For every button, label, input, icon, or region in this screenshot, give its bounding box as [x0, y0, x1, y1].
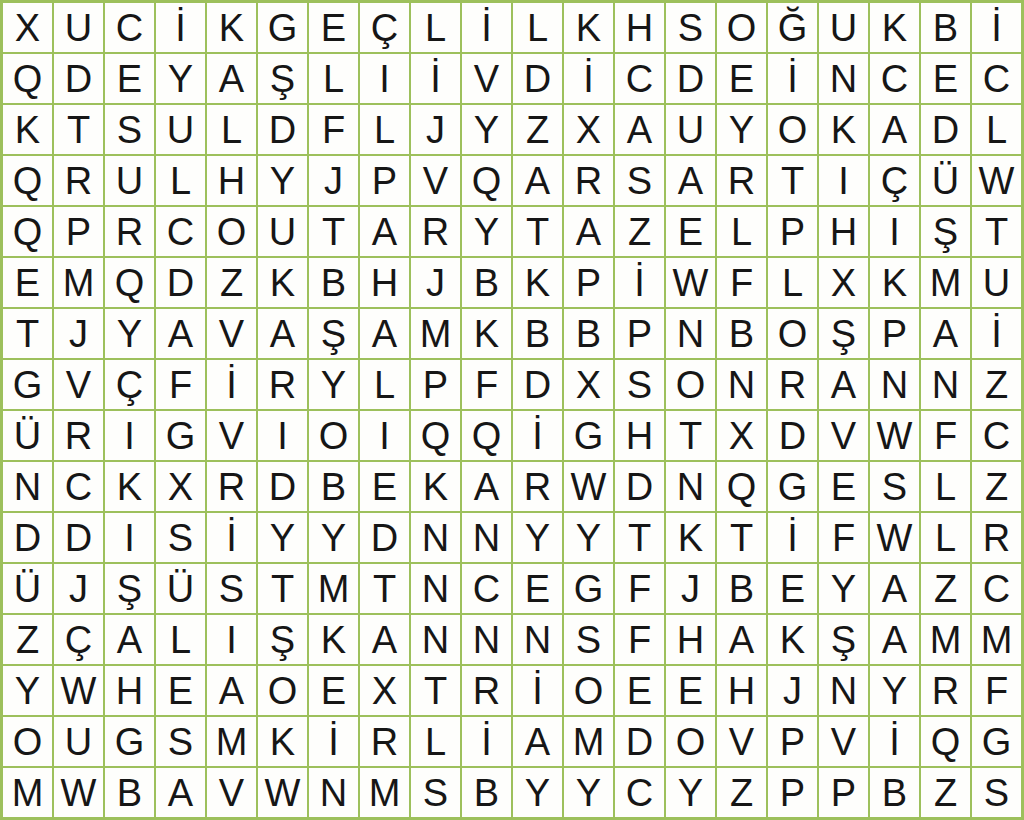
grid-cell[interactable]: I: [870, 207, 919, 256]
grid-cell[interactable]: G: [564, 564, 613, 613]
grid-cell[interactable]: Q: [105, 258, 154, 307]
grid-cell[interactable]: M: [564, 717, 613, 766]
grid-cell[interactable]: V: [207, 309, 256, 358]
grid-cell[interactable]: T: [54, 105, 103, 154]
grid-cell[interactable]: E: [819, 462, 868, 511]
grid-cell[interactable]: E: [921, 54, 970, 103]
grid-cell[interactable]: D: [3, 513, 52, 562]
grid-cell[interactable]: Z: [972, 462, 1021, 511]
grid-cell[interactable]: C: [972, 54, 1021, 103]
grid-cell[interactable]: F: [615, 615, 664, 664]
grid-cell[interactable]: İ: [411, 54, 460, 103]
grid-cell[interactable]: D: [513, 360, 562, 409]
grid-cell[interactable]: C: [972, 564, 1021, 613]
grid-cell[interactable]: P: [819, 768, 868, 817]
grid-cell[interactable]: V: [819, 717, 868, 766]
grid-cell[interactable]: N: [411, 564, 460, 613]
grid-cell[interactable]: Q: [462, 156, 511, 205]
grid-cell[interactable]: V: [462, 54, 511, 103]
grid-cell[interactable]: İ: [513, 666, 562, 715]
grid-cell[interactable]: E: [105, 54, 154, 103]
grid-cell[interactable]: U: [666, 105, 715, 154]
grid-cell[interactable]: T: [666, 411, 715, 460]
grid-cell[interactable]: K: [105, 462, 154, 511]
grid-cell[interactable]: D: [615, 717, 664, 766]
grid-cell[interactable]: M: [972, 615, 1021, 664]
grid-cell[interactable]: K: [564, 3, 613, 52]
grid-cell[interactable]: B: [921, 3, 970, 52]
grid-cell[interactable]: A: [462, 462, 511, 511]
grid-cell[interactable]: G: [156, 411, 205, 460]
grid-cell[interactable]: E: [666, 666, 715, 715]
grid-cell[interactable]: Ü: [3, 564, 52, 613]
grid-cell[interactable]: A: [666, 156, 715, 205]
grid-cell[interactable]: İ: [462, 717, 511, 766]
grid-cell[interactable]: Ş: [258, 54, 307, 103]
grid-cell[interactable]: K: [258, 717, 307, 766]
grid-cell[interactable]: M: [309, 564, 358, 613]
grid-cell[interactable]: B: [564, 309, 613, 358]
grid-cell[interactable]: H: [819, 207, 868, 256]
grid-cell[interactable]: J: [666, 564, 715, 613]
grid-cell[interactable]: A: [564, 207, 613, 256]
grid-cell[interactable]: R: [360, 717, 409, 766]
grid-cell[interactable]: Q: [3, 54, 52, 103]
grid-cell[interactable]: N: [819, 666, 868, 715]
grid-cell[interactable]: D: [54, 513, 103, 562]
grid-cell[interactable]: Y: [309, 513, 358, 562]
grid-cell[interactable]: X: [156, 462, 205, 511]
grid-cell[interactable]: Ü: [156, 564, 205, 613]
grid-cell[interactable]: H: [615, 411, 664, 460]
grid-cell[interactable]: D: [258, 462, 307, 511]
grid-cell[interactable]: I: [819, 156, 868, 205]
grid-cell[interactable]: X: [3, 3, 52, 52]
grid-cell[interactable]: Ş: [921, 207, 970, 256]
grid-cell[interactable]: B: [513, 309, 562, 358]
grid-cell[interactable]: U: [54, 717, 103, 766]
grid-cell[interactable]: A: [156, 768, 205, 817]
grid-cell[interactable]: Y: [666, 768, 715, 817]
grid-cell[interactable]: N: [717, 360, 766, 409]
grid-cell[interactable]: L: [360, 105, 409, 154]
grid-cell[interactable]: X: [360, 666, 409, 715]
grid-cell[interactable]: D: [360, 513, 409, 562]
grid-cell[interactable]: Y: [819, 564, 868, 613]
grid-cell[interactable]: D: [258, 105, 307, 154]
grid-cell[interactable]: P: [411, 360, 460, 409]
grid-cell[interactable]: T: [717, 513, 766, 562]
grid-cell[interactable]: A: [870, 564, 919, 613]
grid-cell[interactable]: İ: [870, 717, 919, 766]
grid-cell[interactable]: I: [360, 54, 409, 103]
grid-cell[interactable]: İ: [156, 3, 205, 52]
grid-cell[interactable]: K: [258, 258, 307, 307]
grid-cell[interactable]: Ş: [309, 309, 358, 358]
grid-cell[interactable]: K: [819, 105, 868, 154]
grid-cell[interactable]: Ş: [819, 309, 868, 358]
grid-cell[interactable]: E: [717, 54, 766, 103]
grid-cell[interactable]: M: [207, 717, 256, 766]
grid-cell[interactable]: J: [54, 564, 103, 613]
grid-cell[interactable]: Ü: [3, 411, 52, 460]
grid-cell[interactable]: Y: [462, 105, 511, 154]
grid-cell[interactable]: C: [462, 564, 511, 613]
grid-cell[interactable]: U: [54, 3, 103, 52]
grid-cell[interactable]: F: [156, 360, 205, 409]
grid-cell[interactable]: Y: [462, 207, 511, 256]
grid-cell[interactable]: Y: [564, 768, 613, 817]
grid-cell[interactable]: P: [768, 207, 817, 256]
grid-cell[interactable]: D: [156, 258, 205, 307]
grid-cell[interactable]: Ş: [819, 615, 868, 664]
grid-cell[interactable]: P: [768, 768, 817, 817]
grid-cell[interactable]: H: [615, 3, 664, 52]
grid-cell[interactable]: T: [768, 156, 817, 205]
grid-cell[interactable]: E: [309, 666, 358, 715]
grid-cell[interactable]: Y: [258, 156, 307, 205]
grid-cell[interactable]: U: [258, 207, 307, 256]
grid-cell[interactable]: R: [972, 513, 1021, 562]
grid-cell[interactable]: İ: [768, 54, 817, 103]
grid-cell[interactable]: İ: [564, 54, 613, 103]
grid-cell[interactable]: N: [666, 309, 715, 358]
grid-cell[interactable]: I: [207, 615, 256, 664]
grid-cell[interactable]: F: [309, 105, 358, 154]
grid-cell[interactable]: Y: [564, 513, 613, 562]
grid-cell[interactable]: S: [207, 564, 256, 613]
grid-cell[interactable]: N: [513, 615, 562, 664]
grid-cell[interactable]: L: [972, 105, 1021, 154]
grid-cell[interactable]: B: [309, 462, 358, 511]
grid-cell[interactable]: E: [615, 666, 664, 715]
grid-cell[interactable]: O: [207, 207, 256, 256]
grid-cell[interactable]: X: [564, 105, 613, 154]
grid-cell[interactable]: F: [615, 564, 664, 613]
grid-cell[interactable]: R: [411, 207, 460, 256]
grid-cell[interactable]: A: [360, 207, 409, 256]
grid-cell[interactable]: L: [921, 462, 970, 511]
grid-cell[interactable]: Z: [3, 615, 52, 664]
grid-cell[interactable]: L: [207, 105, 256, 154]
grid-cell[interactable]: İ: [768, 513, 817, 562]
grid-cell[interactable]: K: [513, 258, 562, 307]
grid-cell[interactable]: J: [411, 105, 460, 154]
grid-cell[interactable]: B: [870, 768, 919, 817]
grid-cell[interactable]: N: [921, 360, 970, 409]
grid-cell[interactable]: T: [972, 207, 1021, 256]
grid-cell[interactable]: T: [513, 207, 562, 256]
grid-cell[interactable]: I: [105, 513, 154, 562]
grid-cell[interactable]: W: [666, 258, 715, 307]
grid-cell[interactable]: J: [54, 309, 103, 358]
grid-cell[interactable]: B: [105, 768, 154, 817]
grid-cell[interactable]: Q: [921, 717, 970, 766]
grid-cell[interactable]: S: [870, 462, 919, 511]
grid-cell[interactable]: O: [309, 411, 358, 460]
grid-cell[interactable]: V: [207, 768, 256, 817]
grid-cell[interactable]: L: [513, 3, 562, 52]
grid-cell[interactable]: Q: [3, 207, 52, 256]
grid-cell[interactable]: H: [105, 666, 154, 715]
grid-cell[interactable]: M: [921, 615, 970, 664]
grid-cell[interactable]: X: [819, 258, 868, 307]
grid-cell[interactable]: U: [972, 258, 1021, 307]
grid-cell[interactable]: A: [207, 54, 256, 103]
grid-cell[interactable]: L: [156, 615, 205, 664]
grid-cell[interactable]: W: [258, 768, 307, 817]
grid-cell[interactable]: D: [921, 105, 970, 154]
grid-cell[interactable]: T: [615, 513, 664, 562]
grid-cell[interactable]: H: [207, 156, 256, 205]
grid-cell[interactable]: K: [207, 3, 256, 52]
grid-cell[interactable]: Z: [921, 768, 970, 817]
grid-cell[interactable]: G: [972, 717, 1021, 766]
grid-cell[interactable]: S: [564, 615, 613, 664]
grid-cell[interactable]: W: [564, 462, 613, 511]
grid-cell[interactable]: F: [819, 513, 868, 562]
grid-cell[interactable]: B: [309, 258, 358, 307]
grid-cell[interactable]: L: [768, 258, 817, 307]
grid-cell[interactable]: U: [819, 3, 868, 52]
grid-cell[interactable]: D: [54, 54, 103, 103]
grid-cell[interactable]: Q: [3, 156, 52, 205]
grid-cell[interactable]: L: [309, 54, 358, 103]
grid-cell[interactable]: C: [615, 768, 664, 817]
grid-cell[interactable]: O: [564, 666, 613, 715]
grid-cell[interactable]: A: [258, 309, 307, 358]
grid-cell[interactable]: D: [666, 54, 715, 103]
grid-cell[interactable]: Z: [717, 768, 766, 817]
grid-cell[interactable]: İ: [207, 360, 256, 409]
grid-cell[interactable]: O: [258, 666, 307, 715]
grid-cell[interactable]: R: [207, 462, 256, 511]
grid-cell[interactable]: R: [54, 411, 103, 460]
grid-cell[interactable]: Y: [870, 666, 919, 715]
grid-cell[interactable]: R: [513, 462, 562, 511]
grid-cell[interactable]: K: [666, 513, 715, 562]
grid-cell[interactable]: R: [768, 360, 817, 409]
grid-cell[interactable]: P: [54, 207, 103, 256]
grid-cell[interactable]: C: [972, 411, 1021, 460]
grid-cell[interactable]: D: [513, 54, 562, 103]
grid-cell[interactable]: H: [360, 258, 409, 307]
grid-cell[interactable]: Z: [921, 564, 970, 613]
grid-cell[interactable]: O: [768, 309, 817, 358]
grid-cell[interactable]: I: [105, 411, 154, 460]
grid-cell[interactable]: E: [666, 207, 715, 256]
grid-cell[interactable]: Z: [615, 207, 664, 256]
grid-cell[interactable]: J: [309, 156, 358, 205]
grid-cell[interactable]: B: [717, 309, 766, 358]
grid-cell[interactable]: I: [258, 411, 307, 460]
grid-cell[interactable]: S: [666, 3, 715, 52]
grid-cell[interactable]: S: [972, 768, 1021, 817]
grid-cell[interactable]: S: [156, 513, 205, 562]
grid-cell[interactable]: L: [717, 207, 766, 256]
grid-cell[interactable]: Ç: [870, 156, 919, 205]
grid-cell[interactable]: E: [156, 666, 205, 715]
grid-cell[interactable]: G: [258, 3, 307, 52]
grid-cell[interactable]: A: [156, 309, 205, 358]
grid-cell[interactable]: X: [717, 411, 766, 460]
grid-cell[interactable]: R: [258, 360, 307, 409]
grid-cell[interactable]: W: [972, 156, 1021, 205]
grid-cell[interactable]: Y: [105, 309, 154, 358]
grid-cell[interactable]: A: [513, 156, 562, 205]
grid-cell[interactable]: R: [105, 207, 154, 256]
grid-cell[interactable]: F: [921, 411, 970, 460]
grid-cell[interactable]: İ: [462, 3, 511, 52]
grid-cell[interactable]: R: [462, 666, 511, 715]
grid-cell[interactable]: Z: [972, 360, 1021, 409]
grid-cell[interactable]: A: [105, 615, 154, 664]
grid-cell[interactable]: T: [360, 564, 409, 613]
grid-cell[interactable]: İ: [972, 309, 1021, 358]
grid-cell[interactable]: L: [360, 360, 409, 409]
grid-cell[interactable]: Z: [513, 105, 562, 154]
grid-cell[interactable]: R: [717, 156, 766, 205]
grid-cell[interactable]: Ş: [105, 564, 154, 613]
grid-cell[interactable]: Y: [717, 105, 766, 154]
grid-cell[interactable]: Y: [156, 54, 205, 103]
grid-cell[interactable]: Ç: [105, 360, 154, 409]
grid-cell[interactable]: O: [3, 717, 52, 766]
grid-cell[interactable]: P: [564, 258, 613, 307]
grid-cell[interactable]: S: [411, 768, 460, 817]
grid-cell[interactable]: O: [768, 105, 817, 154]
grid-cell[interactable]: R: [564, 156, 613, 205]
grid-cell[interactable]: Ü: [921, 156, 970, 205]
grid-cell[interactable]: N: [819, 54, 868, 103]
grid-cell[interactable]: A: [615, 105, 664, 154]
grid-cell[interactable]: W: [54, 768, 103, 817]
grid-cell[interactable]: R: [54, 156, 103, 205]
grid-cell[interactable]: Q: [411, 411, 460, 460]
grid-cell[interactable]: L: [411, 3, 460, 52]
grid-cell[interactable]: A: [717, 615, 766, 664]
grid-cell[interactable]: C: [105, 3, 154, 52]
grid-cell[interactable]: Ç: [360, 3, 409, 52]
grid-cell[interactable]: İ: [207, 513, 256, 562]
grid-cell[interactable]: F: [462, 360, 511, 409]
grid-cell[interactable]: B: [462, 768, 511, 817]
grid-cell[interactable]: W: [54, 666, 103, 715]
grid-cell[interactable]: U: [156, 105, 205, 154]
grid-cell[interactable]: Y: [513, 513, 562, 562]
grid-cell[interactable]: P: [615, 309, 664, 358]
grid-cell[interactable]: A: [870, 105, 919, 154]
grid-cell[interactable]: Ç: [54, 615, 103, 664]
grid-cell[interactable]: M: [411, 309, 460, 358]
grid-cell[interactable]: E: [360, 462, 409, 511]
grid-cell[interactable]: Ğ: [768, 3, 817, 52]
grid-cell[interactable]: B: [717, 564, 766, 613]
grid-cell[interactable]: Z: [207, 258, 256, 307]
grid-cell[interactable]: V: [819, 411, 868, 460]
grid-cell[interactable]: H: [717, 666, 766, 715]
grid-cell[interactable]: O: [717, 3, 766, 52]
grid-cell[interactable]: T: [309, 207, 358, 256]
grid-cell[interactable]: Y: [3, 666, 52, 715]
grid-cell[interactable]: F: [972, 666, 1021, 715]
grid-cell[interactable]: E: [768, 564, 817, 613]
grid-cell[interactable]: P: [870, 309, 919, 358]
grid-cell[interactable]: V: [411, 156, 460, 205]
grid-cell[interactable]: M: [3, 768, 52, 817]
grid-cell[interactable]: L: [411, 717, 460, 766]
grid-cell[interactable]: R: [921, 666, 970, 715]
grid-cell[interactable]: W: [870, 411, 919, 460]
grid-cell[interactable]: A: [819, 360, 868, 409]
grid-cell[interactable]: Q: [462, 411, 511, 460]
grid-cell[interactable]: C: [870, 54, 919, 103]
grid-cell[interactable]: İ: [972, 3, 1021, 52]
grid-cell[interactable]: W: [870, 513, 919, 562]
grid-cell[interactable]: S: [615, 156, 664, 205]
grid-cell[interactable]: L: [156, 156, 205, 205]
grid-cell[interactable]: N: [411, 615, 460, 664]
grid-cell[interactable]: A: [360, 615, 409, 664]
grid-cell[interactable]: K: [462, 309, 511, 358]
grid-cell[interactable]: Y: [258, 513, 307, 562]
grid-cell[interactable]: A: [513, 717, 562, 766]
grid-cell[interactable]: P: [360, 156, 409, 205]
grid-cell[interactable]: J: [411, 258, 460, 307]
grid-cell[interactable]: V: [207, 411, 256, 460]
grid-cell[interactable]: U: [105, 156, 154, 205]
grid-cell[interactable]: E: [513, 564, 562, 613]
grid-cell[interactable]: H: [666, 615, 715, 664]
grid-cell[interactable]: G: [564, 411, 613, 460]
grid-cell[interactable]: N: [462, 513, 511, 562]
grid-cell[interactable]: A: [360, 309, 409, 358]
grid-cell[interactable]: M: [921, 258, 970, 307]
grid-cell[interactable]: P: [768, 717, 817, 766]
grid-cell[interactable]: I: [360, 411, 409, 460]
grid-cell[interactable]: D: [768, 411, 817, 460]
grid-cell[interactable]: E: [309, 3, 358, 52]
grid-cell[interactable]: K: [411, 462, 460, 511]
grid-cell[interactable]: N: [3, 462, 52, 511]
grid-cell[interactable]: K: [3, 105, 52, 154]
grid-cell[interactable]: T: [3, 309, 52, 358]
grid-cell[interactable]: İ: [309, 717, 358, 766]
grid-cell[interactable]: M: [360, 768, 409, 817]
grid-cell[interactable]: K: [870, 258, 919, 307]
grid-cell[interactable]: E: [3, 258, 52, 307]
grid-cell[interactable]: L: [921, 513, 970, 562]
grid-cell[interactable]: S: [615, 360, 664, 409]
grid-cell[interactable]: K: [309, 615, 358, 664]
grid-cell[interactable]: M: [54, 258, 103, 307]
grid-cell[interactable]: V: [717, 717, 766, 766]
grid-cell[interactable]: B: [462, 258, 511, 307]
grid-cell[interactable]: K: [768, 615, 817, 664]
grid-cell[interactable]: C: [156, 207, 205, 256]
grid-cell[interactable]: A: [207, 666, 256, 715]
grid-cell[interactable]: T: [411, 666, 460, 715]
grid-cell[interactable]: İ: [615, 258, 664, 307]
grid-cell[interactable]: N: [666, 462, 715, 511]
grid-cell[interactable]: N: [870, 360, 919, 409]
grid-cell[interactable]: C: [615, 54, 664, 103]
grid-cell[interactable]: Ş: [258, 615, 307, 664]
grid-cell[interactable]: N: [309, 768, 358, 817]
grid-cell[interactable]: Q: [717, 462, 766, 511]
grid-cell[interactable]: Y: [513, 768, 562, 817]
grid-cell[interactable]: S: [156, 717, 205, 766]
